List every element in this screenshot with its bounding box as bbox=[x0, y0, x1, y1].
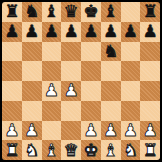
piece-white-king[interactable]: ♚ bbox=[83, 141, 98, 158]
piece-black-pawn[interactable]: ♟ bbox=[103, 23, 118, 40]
piece-white-pawn[interactable]: ♟ bbox=[103, 121, 118, 138]
piece-white-pawn[interactable]: ♟ bbox=[44, 82, 59, 99]
square-e7[interactable]: ♟ bbox=[81, 22, 101, 42]
square-f8[interactable]: ♝ bbox=[101, 2, 121, 22]
piece-white-bishop[interactable]: ♝ bbox=[103, 141, 118, 158]
square-d4[interactable]: ♟ bbox=[61, 81, 81, 101]
square-c1[interactable]: ♝ bbox=[42, 140, 62, 160]
square-a3[interactable] bbox=[2, 101, 22, 121]
square-c4[interactable]: ♟ bbox=[42, 81, 62, 101]
square-c8[interactable]: ♝ bbox=[42, 2, 62, 22]
piece-black-king[interactable]: ♚ bbox=[83, 3, 98, 20]
square-e1[interactable]: ♚ bbox=[81, 140, 101, 160]
square-f2[interactable]: ♟ bbox=[101, 121, 121, 141]
piece-black-pawn[interactable]: ♟ bbox=[4, 23, 19, 40]
square-d1[interactable]: ♛ bbox=[61, 140, 81, 160]
square-f1[interactable]: ♝ bbox=[101, 140, 121, 160]
square-b2[interactable]: ♟ bbox=[22, 121, 42, 141]
square-e8[interactable]: ♚ bbox=[81, 2, 101, 22]
square-h5[interactable] bbox=[140, 61, 160, 81]
square-h2[interactable]: ♟ bbox=[140, 121, 160, 141]
piece-black-bishop[interactable]: ♝ bbox=[44, 3, 59, 20]
square-c5[interactable] bbox=[42, 61, 62, 81]
piece-white-knight[interactable]: ♞ bbox=[24, 141, 39, 158]
square-e3[interactable] bbox=[81, 101, 101, 121]
square-g7[interactable]: ♟ bbox=[121, 22, 141, 42]
square-c3[interactable] bbox=[42, 101, 62, 121]
piece-black-bishop[interactable]: ♝ bbox=[103, 3, 118, 20]
square-d6[interactable] bbox=[61, 42, 81, 62]
square-a4[interactable] bbox=[2, 81, 22, 101]
square-c6[interactable] bbox=[42, 42, 62, 62]
square-h4[interactable] bbox=[140, 81, 160, 101]
square-a1[interactable]: ♜ bbox=[2, 140, 22, 160]
piece-black-pawn[interactable]: ♟ bbox=[143, 23, 158, 40]
piece-black-pawn[interactable]: ♟ bbox=[123, 23, 138, 40]
square-e6[interactable] bbox=[81, 42, 101, 62]
square-e2[interactable]: ♟ bbox=[81, 121, 101, 141]
square-g6[interactable] bbox=[121, 42, 141, 62]
piece-white-pawn[interactable]: ♟ bbox=[24, 121, 39, 138]
piece-white-pawn[interactable]: ♟ bbox=[4, 121, 19, 138]
square-f6[interactable]: ♞ bbox=[101, 42, 121, 62]
piece-white-queen[interactable]: ♛ bbox=[64, 141, 79, 158]
square-a7[interactable]: ♟ bbox=[2, 22, 22, 42]
square-g3[interactable] bbox=[121, 101, 141, 121]
square-b5[interactable] bbox=[22, 61, 42, 81]
square-b6[interactable] bbox=[22, 42, 42, 62]
square-h1[interactable]: ♜ bbox=[140, 140, 160, 160]
chess-board-frame: ♜♞♝♛♚♝♜♟♟♟♟♟♟♟♟♞♟♟♟♟♟♟♟♟♜♞♝♛♚♝♞♜ bbox=[0, 0, 162, 162]
square-d2[interactable] bbox=[61, 121, 81, 141]
piece-white-rook[interactable]: ♜ bbox=[143, 141, 158, 158]
square-g5[interactable] bbox=[121, 61, 141, 81]
square-b7[interactable]: ♟ bbox=[22, 22, 42, 42]
square-e5[interactable] bbox=[81, 61, 101, 81]
piece-black-pawn[interactable]: ♟ bbox=[64, 23, 79, 40]
square-d7[interactable]: ♟ bbox=[61, 22, 81, 42]
square-a2[interactable]: ♟ bbox=[2, 121, 22, 141]
piece-black-pawn[interactable]: ♟ bbox=[24, 23, 39, 40]
square-g4[interactable] bbox=[121, 81, 141, 101]
piece-white-pawn[interactable]: ♟ bbox=[123, 121, 138, 138]
square-b3[interactable] bbox=[22, 101, 42, 121]
piece-white-pawn[interactable]: ♟ bbox=[83, 121, 98, 138]
piece-black-knight[interactable]: ♞ bbox=[24, 3, 39, 20]
square-h3[interactable] bbox=[140, 101, 160, 121]
square-h6[interactable] bbox=[140, 42, 160, 62]
square-a6[interactable] bbox=[2, 42, 22, 62]
square-g2[interactable]: ♟ bbox=[121, 121, 141, 141]
square-e4[interactable] bbox=[81, 81, 101, 101]
square-f4[interactable] bbox=[101, 81, 121, 101]
square-h7[interactable]: ♟ bbox=[140, 22, 160, 42]
square-f5[interactable] bbox=[101, 61, 121, 81]
square-h8[interactable]: ♜ bbox=[140, 2, 160, 22]
square-d3[interactable] bbox=[61, 101, 81, 121]
piece-black-pawn[interactable]: ♟ bbox=[44, 23, 59, 40]
chess-board: ♜♞♝♛♚♝♜♟♟♟♟♟♟♟♟♞♟♟♟♟♟♟♟♟♜♞♝♛♚♝♞♜ bbox=[2, 2, 160, 160]
piece-white-rook[interactable]: ♜ bbox=[4, 141, 19, 158]
piece-black-queen[interactable]: ♛ bbox=[64, 3, 79, 20]
piece-white-knight[interactable]: ♞ bbox=[123, 141, 138, 158]
square-a8[interactable]: ♜ bbox=[2, 2, 22, 22]
square-d8[interactable]: ♛ bbox=[61, 2, 81, 22]
square-b8[interactable]: ♞ bbox=[22, 2, 42, 22]
piece-white-pawn[interactable]: ♟ bbox=[64, 82, 79, 99]
square-f7[interactable]: ♟ bbox=[101, 22, 121, 42]
piece-black-rook[interactable]: ♜ bbox=[143, 3, 158, 20]
square-c7[interactable]: ♟ bbox=[42, 22, 62, 42]
square-g1[interactable]: ♞ bbox=[121, 140, 141, 160]
square-b4[interactable] bbox=[22, 81, 42, 101]
piece-white-bishop[interactable]: ♝ bbox=[44, 141, 59, 158]
square-d5[interactable] bbox=[61, 61, 81, 81]
square-c2[interactable] bbox=[42, 121, 62, 141]
piece-black-pawn[interactable]: ♟ bbox=[83, 23, 98, 40]
square-f3[interactable] bbox=[101, 101, 121, 121]
square-g8[interactable] bbox=[121, 2, 141, 22]
piece-white-pawn[interactable]: ♟ bbox=[143, 121, 158, 138]
piece-black-rook[interactable]: ♜ bbox=[4, 3, 19, 20]
square-a5[interactable] bbox=[2, 61, 22, 81]
square-b1[interactable]: ♞ bbox=[22, 140, 42, 160]
piece-black-knight[interactable]: ♞ bbox=[103, 42, 118, 59]
